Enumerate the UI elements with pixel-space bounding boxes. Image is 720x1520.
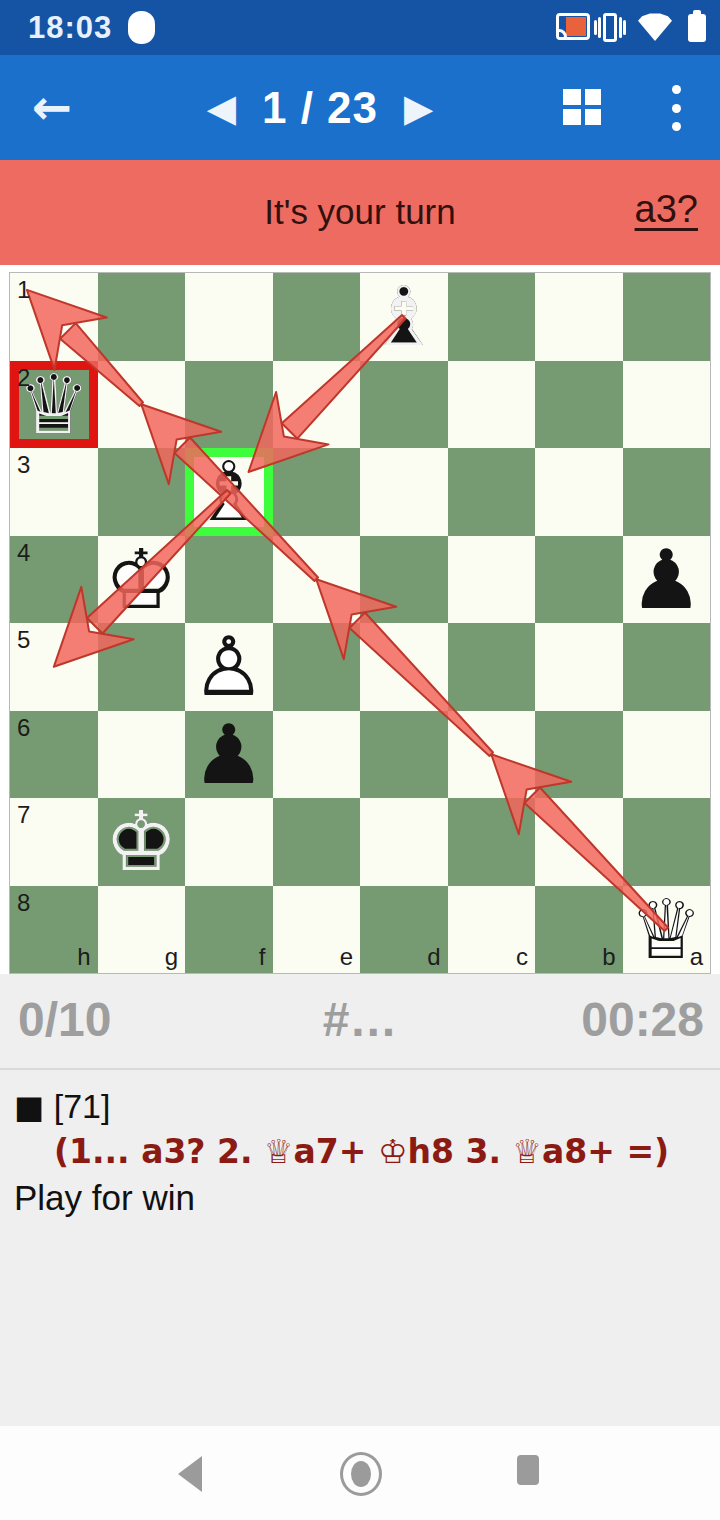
file-label: c xyxy=(516,943,528,971)
grid-view-button[interactable] xyxy=(563,89,603,127)
arrow-g2-h1 xyxy=(27,290,143,406)
turn-message: It's your turn xyxy=(0,192,720,232)
next-puzzle-button[interactable]: ▶ xyxy=(404,88,433,128)
status-bar: 18:03 xyxy=(0,0,720,55)
file-label: d xyxy=(427,943,440,971)
file-label: a xyxy=(690,943,703,971)
rank-label: 4 xyxy=(17,539,30,567)
arrow-a8-c6 xyxy=(491,754,668,931)
file-label: b xyxy=(602,943,615,971)
hint-move-link[interactable]: a3? xyxy=(635,188,698,231)
threat-arrows xyxy=(10,273,710,973)
variation-line: (1... a3? 2. ♕a7+ ♔h8 3. ♕a8+ =) xyxy=(14,1129,706,1175)
overflow-menu-button[interactable] xyxy=(662,83,690,133)
android-home-icon[interactable] xyxy=(340,1452,382,1496)
back-button[interactable]: ← xyxy=(22,79,82,135)
file-label: g xyxy=(165,943,178,971)
annotation-panel: ■ [71] (1... a3? 2. ♕a7+ ♔h8 3. ♕a8+ =) … xyxy=(0,1070,720,1426)
black-to-move-icon: ■ xyxy=(14,1088,44,1126)
rank-label: 5 xyxy=(17,626,30,654)
file-label: f xyxy=(259,943,266,971)
cast-icon xyxy=(556,13,590,40)
clock-text: 18:03 xyxy=(28,10,112,46)
chess-board-frame: 12345678hgfedcba♝♗♛♕♝♗♚♔♟♟♙♟♚♔♛♕ xyxy=(9,272,711,974)
wifi-icon xyxy=(638,13,672,41)
rank-label: 2 xyxy=(17,364,30,392)
puzzle-number: [71] xyxy=(54,1087,111,1125)
rank-label: 1 xyxy=(17,276,30,304)
advice-text: Play for win xyxy=(14,1175,706,1221)
android-nav-bar xyxy=(0,1426,720,1520)
arrow-d1-f3 xyxy=(249,315,406,472)
timer-text: 00:28 xyxy=(581,992,704,1047)
file-label: e xyxy=(340,943,353,971)
prev-puzzle-button[interactable]: ◀ xyxy=(207,88,236,128)
file-label: h xyxy=(77,943,90,971)
turn-banner: It's your turn a3? xyxy=(0,160,720,265)
rank-label: 7 xyxy=(17,801,30,829)
android-back-icon[interactable] xyxy=(178,1456,202,1492)
puzzle-counter: 1 / 23 xyxy=(262,83,378,133)
battery-icon xyxy=(688,10,706,42)
rank-label: 6 xyxy=(17,714,30,742)
move-header: ■ [71] xyxy=(14,1084,706,1129)
rank-label: 3 xyxy=(17,451,30,479)
rank-label: 8 xyxy=(17,889,30,917)
chess-board[interactable]: 12345678hgfedcba♝♗♛♕♝♗♚♔♟♟♙♟♚♔♛♕ xyxy=(10,273,710,973)
vibrate-icon xyxy=(594,13,626,42)
app-toolbar: ← ◀ 1 / 23 ▶ xyxy=(0,55,720,160)
board-status-row: 0/10 #… 00:28 xyxy=(0,974,720,1070)
notification-icon xyxy=(128,11,155,44)
android-recent-icon[interactable] xyxy=(517,1455,539,1485)
arrow-f3-h5 xyxy=(54,490,231,667)
arrow-c6-e4 xyxy=(316,579,493,756)
